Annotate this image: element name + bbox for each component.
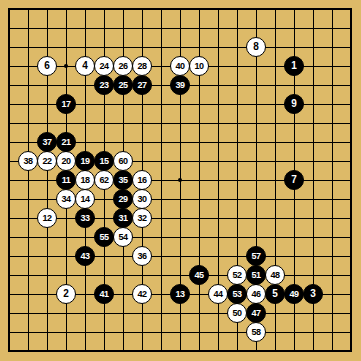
stone-white-40: 40 bbox=[170, 56, 190, 76]
stone-white-48: 48 bbox=[265, 265, 285, 285]
stone-white-20: 20 bbox=[56, 151, 76, 171]
stone-white-12: 12 bbox=[37, 208, 57, 228]
stone-white-4: 4 bbox=[75, 56, 95, 76]
stone-black-43: 43 bbox=[75, 246, 95, 266]
stone-white-52: 52 bbox=[227, 265, 247, 285]
stone-white-54: 54 bbox=[113, 227, 133, 247]
stone-white-34: 34 bbox=[56, 189, 76, 209]
stone-black-31: 31 bbox=[113, 208, 133, 228]
stone-black-51: 51 bbox=[246, 265, 266, 285]
stone-black-13: 13 bbox=[170, 284, 190, 304]
stone-black-1: 1 bbox=[284, 56, 304, 76]
stone-black-47: 47 bbox=[246, 303, 266, 323]
stone-white-60: 60 bbox=[113, 151, 133, 171]
stone-white-38: 38 bbox=[18, 151, 38, 171]
stone-white-16: 16 bbox=[132, 170, 152, 190]
stone-black-7: 7 bbox=[284, 170, 304, 190]
stone-white-2: 2 bbox=[56, 284, 76, 304]
stone-white-26: 26 bbox=[113, 56, 133, 76]
stone-black-27: 27 bbox=[132, 75, 152, 95]
stone-black-33: 33 bbox=[75, 208, 95, 228]
stone-white-22: 22 bbox=[37, 151, 57, 171]
stone-black-19: 19 bbox=[75, 151, 95, 171]
stone-black-53: 53 bbox=[227, 284, 247, 304]
stone-black-49: 49 bbox=[284, 284, 304, 304]
stone-white-36: 36 bbox=[132, 246, 152, 266]
stone-white-14: 14 bbox=[75, 189, 95, 209]
stone-black-5: 5 bbox=[265, 284, 285, 304]
stone-black-15: 15 bbox=[94, 151, 114, 171]
stone-white-46: 46 bbox=[246, 284, 266, 304]
stone-white-24: 24 bbox=[94, 56, 114, 76]
stone-black-57: 57 bbox=[246, 246, 266, 266]
stone-white-8: 8 bbox=[246, 37, 266, 57]
stone-black-11: 11 bbox=[56, 170, 76, 190]
stone-black-29: 29 bbox=[113, 189, 133, 209]
stone-black-17: 17 bbox=[56, 94, 76, 114]
stone-white-58: 58 bbox=[246, 322, 266, 342]
stone-black-39: 39 bbox=[170, 75, 190, 95]
stone-white-42: 42 bbox=[132, 284, 152, 304]
stone-white-18: 18 bbox=[75, 170, 95, 190]
stone-black-3: 3 bbox=[303, 284, 323, 304]
stone-white-30: 30 bbox=[132, 189, 152, 209]
stone-black-21: 21 bbox=[56, 132, 76, 152]
stone-black-55: 55 bbox=[94, 227, 114, 247]
stone-white-6: 6 bbox=[37, 56, 57, 76]
stone-black-23: 23 bbox=[94, 75, 114, 95]
stone-black-25: 25 bbox=[113, 75, 133, 95]
stone-black-9: 9 bbox=[284, 94, 304, 114]
go-board-diagram: 1234567891011121314151617181920212223242… bbox=[0, 0, 361, 361]
stone-black-41: 41 bbox=[94, 284, 114, 304]
stone-white-10: 10 bbox=[189, 56, 209, 76]
stones-layer: 1234567891011121314151617181920212223242… bbox=[0, 0, 361, 361]
stone-black-45: 45 bbox=[189, 265, 209, 285]
stone-white-50: 50 bbox=[227, 303, 247, 323]
stone-white-44: 44 bbox=[208, 284, 228, 304]
stone-white-62: 62 bbox=[94, 170, 114, 190]
stone-white-32: 32 bbox=[132, 208, 152, 228]
stone-black-35: 35 bbox=[113, 170, 133, 190]
stone-white-28: 28 bbox=[132, 56, 152, 76]
stone-black-37: 37 bbox=[37, 132, 57, 152]
